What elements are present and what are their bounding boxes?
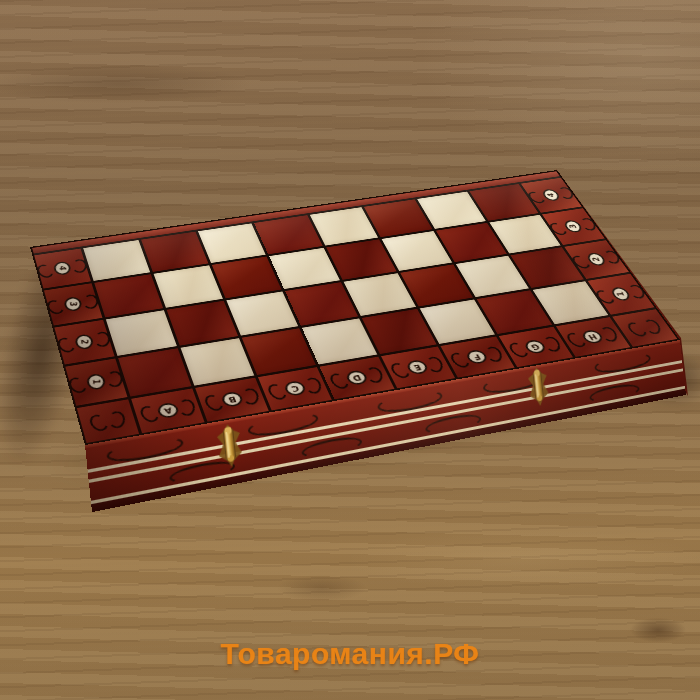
wire-scroll-icon [304,377,321,394]
wire-scroll-icon [557,187,574,200]
wire-scroll-icon [94,331,111,347]
wire-scroll-icon [365,366,383,382]
wire-scroll-icon [44,298,67,316]
wire-scroll-icon [426,356,444,372]
wire-scroll-icon [54,335,77,354]
wire-scroll-icon [425,411,482,437]
wire-scroll-icon [108,410,125,428]
wire-scroll-icon [34,262,56,279]
wire-scroll-icon [86,412,111,433]
rank-label: 4 [54,262,71,275]
rank-label: 3 [64,297,82,311]
border-corner-left [77,399,139,443]
rank-label-4-left: 4 [34,249,91,289]
rank-label-1-left: 1 [65,358,127,405]
wire-scroll-icon [589,381,640,405]
wire-scroll-icon [106,370,123,387]
wire-scroll-icon [543,336,562,352]
wire-scroll-icon [82,294,98,309]
file-label: A [155,402,180,420]
watermark-text: Товаромания.РФ [221,637,480,671]
wire-scroll-icon [485,346,504,362]
rank-label-3-left: 3 [44,283,102,325]
wire-scroll-icon [242,388,259,405]
wire-scroll-icon [602,250,621,264]
wire-scroll-icon [178,399,194,416]
brass-latch-icon [214,420,246,472]
wire-scroll-icon [301,434,363,461]
rank-label: 2 [75,334,93,349]
wire-scroll-icon [594,350,651,376]
brass-latch-icon [525,363,552,410]
wire-scroll-icon [66,375,90,395]
rank-label-2-left: 2 [54,320,114,365]
wire-scroll-icon [579,217,597,230]
square-c3 [212,256,282,298]
rank-label: 1 [87,374,106,390]
wire-scroll-icon [71,259,87,273]
table-surface: 44332211ABCDEFGH Товаромания.РФ [0,0,700,700]
